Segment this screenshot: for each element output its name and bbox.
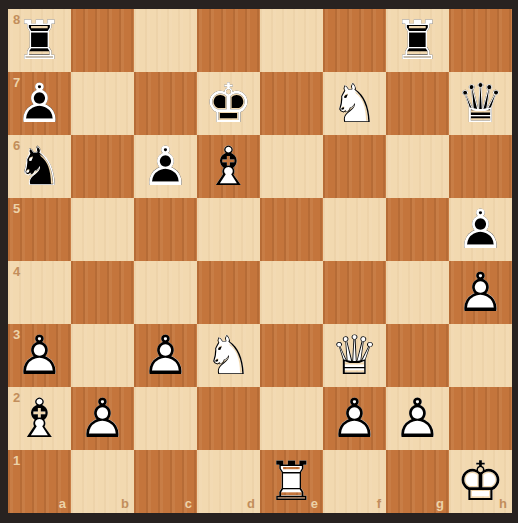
white-king[interactable]: ♚♔ [449,450,512,513]
square-g4[interactable] [386,261,449,324]
black-knight[interactable]: ♞♘ [8,135,71,198]
square-d6[interactable]: ♝♗ [197,135,260,198]
square-e4[interactable] [260,261,323,324]
square-h3[interactable] [449,324,512,387]
white-bishop[interactable]: ♝♗ [8,387,71,450]
square-d8[interactable] [197,9,260,72]
square-g6[interactable] [386,135,449,198]
square-a5[interactable]: 5 [8,198,71,261]
white-bishop[interactable]: ♝♗ [197,135,260,198]
white-pawn[interactable]: ♟♙ [386,387,449,450]
white-knight[interactable]: ♞♘ [197,324,260,387]
white-knight-outline: ♘ [204,324,252,387]
square-f7[interactable]: ♞♘ [323,72,386,135]
white-queen[interactable]: ♛♕ [323,324,386,387]
square-b5[interactable] [71,198,134,261]
square-c4[interactable] [134,261,197,324]
square-f3[interactable]: ♛♕ [323,324,386,387]
square-d5[interactable] [197,198,260,261]
square-h5[interactable]: ♟♙ [449,198,512,261]
square-b2[interactable]: ♟♙ [71,387,134,450]
black-pawn-outline: ♙ [141,135,189,198]
square-h7[interactable]: ♛♕ [449,72,512,135]
white-bishop-outline: ♗ [204,135,252,198]
black-king-outline: ♔ [204,72,252,135]
black-rook[interactable]: ♜♖ [8,9,71,72]
file-label-d: d [247,497,255,510]
square-d1[interactable]: d [197,450,260,513]
black-queen-outline: ♕ [456,72,504,135]
square-f5[interactable] [323,198,386,261]
square-h8[interactable] [449,9,512,72]
white-knight[interactable]: ♞♘ [323,72,386,135]
square-a8[interactable]: 8♜♖ [8,9,71,72]
file-label-f: f [377,497,381,510]
square-d2[interactable] [197,387,260,450]
square-e6[interactable] [260,135,323,198]
square-c2[interactable] [134,387,197,450]
square-e3[interactable] [260,324,323,387]
file-label-b: b [121,497,129,510]
file-label-c: c [185,497,192,510]
square-e5[interactable] [260,198,323,261]
square-c5[interactable] [134,198,197,261]
black-pawn-outline: ♙ [456,198,504,261]
black-pawn[interactable]: ♟♙ [134,135,197,198]
square-g3[interactable] [386,324,449,387]
square-g5[interactable] [386,198,449,261]
square-f2[interactable]: ♟♙ [323,387,386,450]
black-pawn-outline: ♙ [15,72,63,135]
square-b8[interactable] [71,9,134,72]
square-a7[interactable]: 7♟♙ [8,72,71,135]
square-b6[interactable] [71,135,134,198]
rank-label-4: 4 [13,265,20,278]
square-h6[interactable] [449,135,512,198]
square-b1[interactable]: b [71,450,134,513]
square-d4[interactable] [197,261,260,324]
square-a4[interactable]: 4 [8,261,71,324]
square-c1[interactable]: c [134,450,197,513]
white-pawn[interactable]: ♟♙ [134,324,197,387]
square-f1[interactable]: f [323,450,386,513]
square-f4[interactable] [323,261,386,324]
square-a3[interactable]: 3♟♙ [8,324,71,387]
square-b4[interactable] [71,261,134,324]
square-d7[interactable]: ♚♔ [197,72,260,135]
square-g7[interactable] [386,72,449,135]
square-d3[interactable]: ♞♘ [197,324,260,387]
square-g8[interactable]: ♜♖ [386,9,449,72]
black-knight-outline: ♘ [15,135,63,198]
black-pawn[interactable]: ♟♙ [8,72,71,135]
square-a2[interactable]: 2♝♗ [8,387,71,450]
white-pawn-outline: ♙ [141,324,189,387]
white-pawn-outline: ♙ [456,261,504,324]
chess-board: 8♜♖♜♖7♟♙♚♔♞♘♛♕6♞♘♟♙♝♗5♟♙4♟♙3♟♙♟♙♞♘♛♕2♝♗♟… [8,9,512,513]
square-c6[interactable]: ♟♙ [134,135,197,198]
square-a6[interactable]: 6♞♘ [8,135,71,198]
black-rook-outline: ♖ [15,9,63,72]
square-f8[interactable] [323,9,386,72]
white-knight-outline: ♘ [330,72,378,135]
file-label-a: a [59,497,66,510]
white-pawn[interactable]: ♟♙ [323,387,386,450]
white-bishop-outline: ♗ [15,387,63,450]
rank-label-1: 1 [13,454,20,467]
white-rook[interactable]: ♜♖ [260,450,323,513]
white-pawn-outline: ♙ [330,387,378,450]
board-frame: 8♜♖♜♖7♟♙♚♔♞♘♛♕6♞♘♟♙♝♗5♟♙4♟♙3♟♙♟♙♞♘♛♕2♝♗♟… [0,0,518,523]
square-f6[interactable] [323,135,386,198]
black-queen[interactable]: ♛♕ [449,72,512,135]
square-c3[interactable]: ♟♙ [134,324,197,387]
square-h4[interactable]: ♟♙ [449,261,512,324]
black-rook-outline: ♖ [393,9,441,72]
square-h2[interactable] [449,387,512,450]
square-g1[interactable]: g [386,450,449,513]
white-rook-outline: ♖ [267,450,315,513]
white-pawn-outline: ♙ [393,387,441,450]
white-pawn[interactable]: ♟♙ [71,387,134,450]
white-king-outline: ♔ [456,450,504,513]
rank-label-5: 5 [13,202,20,215]
white-pawn[interactable]: ♟♙ [449,261,512,324]
square-c7[interactable] [134,72,197,135]
white-queen-outline: ♕ [330,324,378,387]
file-label-g: g [436,497,444,510]
square-c8[interactable] [134,9,197,72]
square-e8[interactable] [260,9,323,72]
black-rook[interactable]: ♜♖ [386,9,449,72]
white-pawn-outline: ♙ [15,324,63,387]
square-h1[interactable]: h♚♔ [449,450,512,513]
square-a1[interactable]: 1a [8,450,71,513]
square-e7[interactable] [260,72,323,135]
black-pawn[interactable]: ♟♙ [449,198,512,261]
square-e2[interactable] [260,387,323,450]
white-pawn-outline: ♙ [78,387,126,450]
black-king[interactable]: ♚♔ [197,72,260,135]
square-e1[interactable]: e♜♖ [260,450,323,513]
white-pawn[interactable]: ♟♙ [8,324,71,387]
square-b7[interactable] [71,72,134,135]
square-b3[interactable] [71,324,134,387]
square-g2[interactable]: ♟♙ [386,387,449,450]
